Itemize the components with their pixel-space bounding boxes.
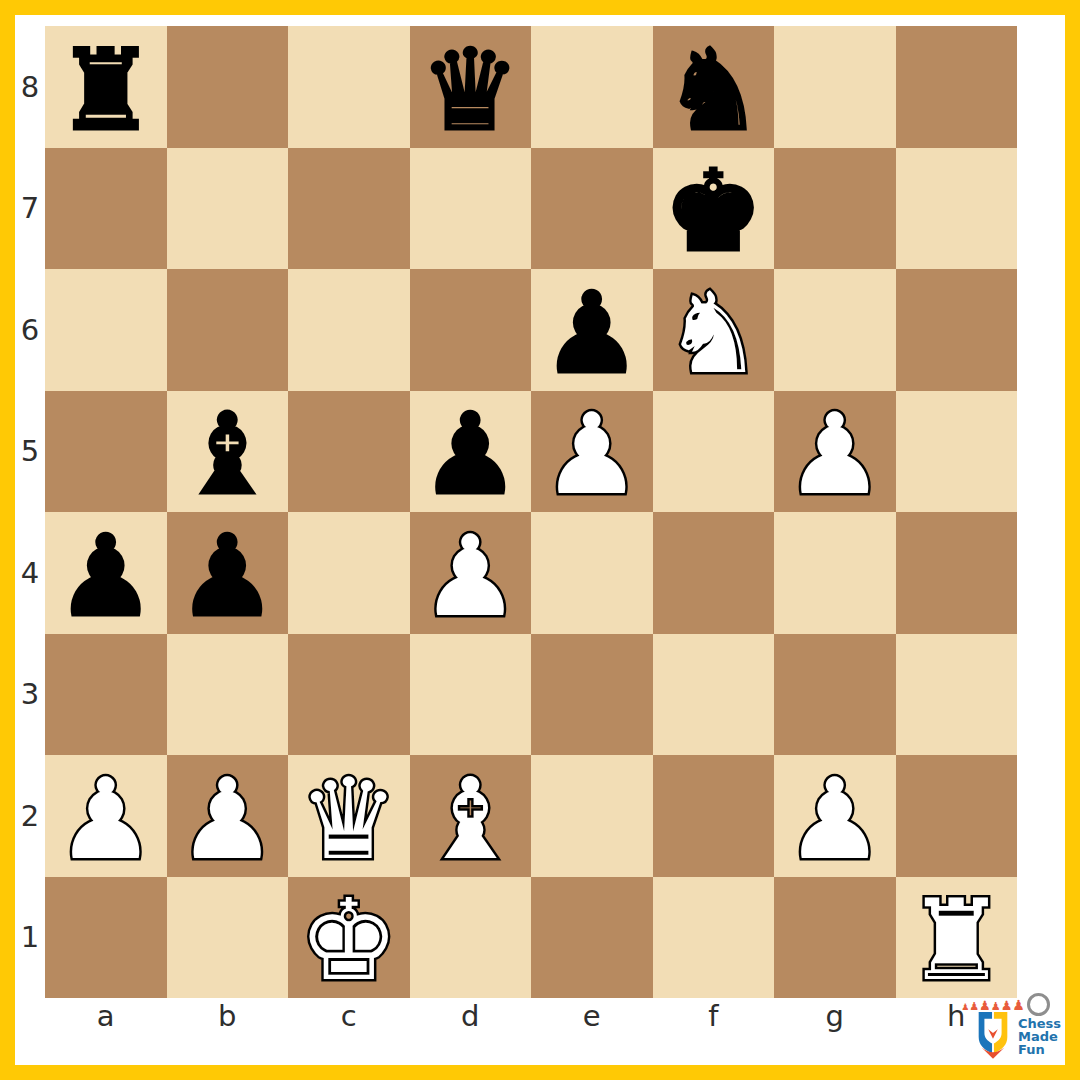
square-f5 — [653, 391, 775, 513]
square-h5 — [896, 391, 1018, 513]
square-h1: ♜ — [896, 877, 1018, 999]
square-f1 — [653, 877, 775, 999]
rank-label-5: 5 — [15, 391, 45, 513]
square-c5 — [288, 391, 410, 513]
square-c4 — [288, 512, 410, 634]
square-h6 — [896, 269, 1018, 391]
square-a7 — [45, 148, 167, 270]
white-bishop-d2: ♝ — [420, 763, 520, 875]
black-queen-d8: ♛ — [420, 34, 520, 146]
square-b5: ♝ — [167, 391, 289, 513]
white-pawn-a2: ♟ — [56, 763, 156, 875]
square-h8 — [896, 26, 1018, 148]
square-h2 — [896, 755, 1018, 877]
white-pawn-d4: ♟ — [420, 520, 520, 632]
square-c6 — [288, 269, 410, 391]
black-pawn-d5: ♟ — [420, 398, 520, 510]
white-queen-c2: ♛ — [299, 763, 399, 875]
square-g7 — [774, 148, 896, 270]
white-pawn-b2: ♟ — [177, 763, 277, 875]
square-d1 — [410, 877, 532, 999]
square-d3 — [410, 634, 532, 756]
black-pawn-b4: ♟ — [177, 520, 277, 632]
logo-pawn-icon-5: ♟ — [1012, 998, 1025, 1012]
rank-label-1: 1 — [15, 877, 45, 999]
file-label-a: a — [45, 998, 167, 1034]
square-g8 — [774, 26, 896, 148]
white-rook-h1: ♜ — [906, 884, 1006, 996]
white-pawn-g2: ♟ — [785, 763, 885, 875]
square-d4: ♟ — [410, 512, 532, 634]
file-label-c: c — [288, 998, 410, 1034]
square-a1 — [45, 877, 167, 999]
square-f4 — [653, 512, 775, 634]
square-e6: ♟ — [531, 269, 653, 391]
file-label-e: e — [531, 998, 653, 1034]
square-g2: ♟ — [774, 755, 896, 877]
square-g5: ♟ — [774, 391, 896, 513]
chess-board: ♜♛♞♚♟♞♝♟♟♟♟♟♟♟♟♛♝♟♚♜ — [45, 26, 1017, 998]
square-e4 — [531, 512, 653, 634]
square-e3 — [531, 634, 653, 756]
square-c2: ♛ — [288, 755, 410, 877]
black-rook-a8: ♜ — [56, 34, 156, 146]
file-label-b: b — [167, 998, 289, 1034]
white-to-move-indicator — [1027, 993, 1050, 1016]
square-g1 — [774, 877, 896, 999]
file-label-f: f — [653, 998, 775, 1034]
rank-label-6: 6 — [15, 269, 45, 391]
square-c7 — [288, 148, 410, 270]
square-g3 — [774, 634, 896, 756]
rank-labels: 87654321 — [15, 26, 45, 998]
square-c1: ♚ — [288, 877, 410, 999]
square-e7 — [531, 148, 653, 270]
square-h3 — [896, 634, 1018, 756]
file-label-d: d — [410, 998, 532, 1034]
square-e8 — [531, 26, 653, 148]
rank-label-7: 7 — [15, 148, 45, 270]
square-h7 — [896, 148, 1018, 270]
square-b1 — [167, 877, 289, 999]
square-g6 — [774, 269, 896, 391]
square-g4 — [774, 512, 896, 634]
square-d5: ♟ — [410, 391, 532, 513]
rank-label-4: 4 — [15, 512, 45, 634]
logo-pawn-icon-0: ♟ — [961, 1003, 969, 1012]
square-a4: ♟ — [45, 512, 167, 634]
square-e2 — [531, 755, 653, 877]
square-f3 — [653, 634, 775, 756]
file-labels: abcdefgh — [45, 998, 1017, 1034]
logo-word-fun: Fun — [1018, 1043, 1061, 1056]
white-king-c1: ♚ — [299, 884, 399, 996]
square-a3 — [45, 634, 167, 756]
square-f6: ♞ — [653, 269, 775, 391]
square-b4: ♟ — [167, 512, 289, 634]
square-a2: ♟ — [45, 755, 167, 877]
page-background: 87654321 ♜♛♞♚♟♞♝♟♟♟♟♟♟♟♟♛♝♟♚♜ abcdefgh ♟… — [15, 15, 1065, 1065]
square-c8 — [288, 26, 410, 148]
square-c3 — [288, 634, 410, 756]
rank-label-8: 8 — [15, 26, 45, 148]
square-b6 — [167, 269, 289, 391]
square-d2: ♝ — [410, 755, 532, 877]
rank-label-3: 3 — [15, 634, 45, 756]
square-a6 — [45, 269, 167, 391]
square-f8: ♞ — [653, 26, 775, 148]
black-knight-f8: ♞ — [663, 34, 763, 146]
square-d6 — [410, 269, 532, 391]
square-f2 — [653, 755, 775, 877]
square-h4 — [896, 512, 1018, 634]
black-pawn-e6: ♟ — [542, 277, 642, 389]
white-knight-f6: ♞ — [663, 277, 763, 389]
black-pawn-a4: ♟ — [56, 520, 156, 632]
file-label-g: g — [774, 998, 896, 1034]
square-d7 — [410, 148, 532, 270]
black-bishop-b5: ♝ — [177, 398, 277, 510]
square-b3 — [167, 634, 289, 756]
square-e5: ♟ — [531, 391, 653, 513]
square-e1 — [531, 877, 653, 999]
white-pawn-e5: ♟ — [542, 398, 642, 510]
square-d8: ♛ — [410, 26, 532, 148]
chess-made-fun-logo: ♟♟♟♟♟♟ Chess Made Fun — [970, 990, 1070, 1068]
square-f7: ♚ — [653, 148, 775, 270]
square-b8 — [167, 26, 289, 148]
square-a8: ♜ — [45, 26, 167, 148]
logo-shield-cm-icon — [972, 1010, 1014, 1060]
white-pawn-g5: ♟ — [785, 398, 885, 510]
rank-label-2: 2 — [15, 755, 45, 877]
logo-wordmark: Chess Made Fun — [1018, 1017, 1061, 1056]
square-b2: ♟ — [167, 755, 289, 877]
square-a5 — [45, 391, 167, 513]
black-king-f7: ♚ — [663, 155, 763, 267]
square-b7 — [167, 148, 289, 270]
